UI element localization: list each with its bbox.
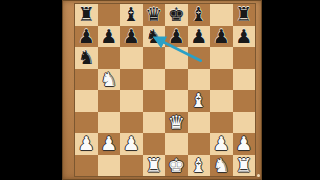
square-d5[interactable] bbox=[143, 69, 166, 91]
square-f8[interactable]: ♝ bbox=[188, 4, 211, 26]
square-g4[interactable] bbox=[210, 90, 233, 112]
square-a2[interactable]: ♟ bbox=[75, 133, 98, 155]
black-pawn-e7[interactable]: ♟ bbox=[168, 26, 185, 45]
square-f1[interactable]: ♝ bbox=[188, 155, 211, 177]
square-c1[interactable] bbox=[120, 155, 143, 177]
square-g1[interactable]: ♞ bbox=[210, 155, 233, 177]
square-g5[interactable] bbox=[210, 69, 233, 91]
white-pawn-a2[interactable]: ♟ bbox=[78, 134, 95, 153]
white-pawn-h2[interactable]: ♟ bbox=[235, 134, 252, 153]
black-pawn-h7[interactable]: ♟ bbox=[235, 26, 252, 45]
square-g6[interactable] bbox=[210, 47, 233, 69]
square-e1[interactable]: ♚ bbox=[165, 155, 188, 177]
square-d8[interactable]: ♛ bbox=[143, 4, 166, 26]
square-b2[interactable]: ♟ bbox=[98, 133, 121, 155]
square-d7[interactable]: ♞ bbox=[143, 26, 166, 48]
white-bishop-f1[interactable]: ♝ bbox=[190, 155, 207, 174]
square-g8[interactable] bbox=[210, 4, 233, 26]
square-b4[interactable] bbox=[98, 90, 121, 112]
square-c8[interactable]: ♝ bbox=[120, 4, 143, 26]
square-d4[interactable] bbox=[143, 90, 166, 112]
square-e2[interactable] bbox=[165, 133, 188, 155]
square-e4[interactable] bbox=[165, 90, 188, 112]
square-d1[interactable]: ♜ bbox=[143, 155, 166, 177]
white-queen-e3[interactable]: ♛ bbox=[168, 112, 185, 131]
black-knight-a6[interactable]: ♞ bbox=[78, 48, 95, 67]
square-f2[interactable] bbox=[188, 133, 211, 155]
square-b7[interactable]: ♟ bbox=[98, 26, 121, 48]
square-a5[interactable] bbox=[75, 69, 98, 91]
square-a7[interactable]: ♟ bbox=[75, 26, 98, 48]
square-c5[interactable] bbox=[120, 69, 143, 91]
square-e5[interactable] bbox=[165, 69, 188, 91]
black-pawn-f7[interactable]: ♟ bbox=[190, 26, 207, 45]
square-a8[interactable]: ♜ bbox=[75, 4, 98, 26]
square-g3[interactable] bbox=[210, 112, 233, 134]
square-a3[interactable] bbox=[75, 112, 98, 134]
square-h8[interactable]: ♜ bbox=[233, 4, 256, 26]
page-background: ♜♝♛♚♝♜♟♟♟♞♟♟♟♟♞♞♝♛♟♟♟♟♟♜♚♝♞♜ bbox=[0, 0, 320, 180]
white-bishop-f4[interactable]: ♝ bbox=[190, 91, 207, 110]
white-king-e1[interactable]: ♚ bbox=[168, 155, 185, 174]
square-c6[interactable] bbox=[120, 47, 143, 69]
square-c7[interactable]: ♟ bbox=[120, 26, 143, 48]
square-f3[interactable] bbox=[188, 112, 211, 134]
white-rook-d1[interactable]: ♜ bbox=[145, 155, 162, 174]
square-h4[interactable] bbox=[233, 90, 256, 112]
square-a1[interactable] bbox=[75, 155, 98, 177]
black-king-e8[interactable]: ♚ bbox=[168, 5, 185, 24]
square-g7[interactable]: ♟ bbox=[210, 26, 233, 48]
square-f5[interactable] bbox=[188, 69, 211, 91]
square-c2[interactable]: ♟ bbox=[120, 133, 143, 155]
square-c4[interactable] bbox=[120, 90, 143, 112]
square-b1[interactable] bbox=[98, 155, 121, 177]
square-f6[interactable] bbox=[188, 47, 211, 69]
black-pawn-g7[interactable]: ♟ bbox=[213, 26, 230, 45]
square-b3[interactable] bbox=[98, 112, 121, 134]
square-e3[interactable]: ♛ bbox=[165, 112, 188, 134]
black-pawn-b7[interactable]: ♟ bbox=[100, 26, 117, 45]
black-rook-h8[interactable]: ♜ bbox=[235, 5, 252, 24]
square-d2[interactable] bbox=[143, 133, 166, 155]
square-h1[interactable]: ♜ bbox=[233, 155, 256, 177]
white-pawn-c2[interactable]: ♟ bbox=[123, 134, 140, 153]
square-h6[interactable] bbox=[233, 47, 256, 69]
white-knight-b5[interactable]: ♞ bbox=[100, 69, 117, 88]
white-pawn-b2[interactable]: ♟ bbox=[100, 134, 117, 153]
black-bishop-f8[interactable]: ♝ bbox=[190, 5, 207, 24]
square-a6[interactable]: ♞ bbox=[75, 47, 98, 69]
black-queen-d8[interactable]: ♛ bbox=[145, 5, 162, 24]
square-b8[interactable] bbox=[98, 4, 121, 26]
square-h3[interactable] bbox=[233, 112, 256, 134]
white-rook-h1[interactable]: ♜ bbox=[235, 155, 252, 174]
square-h5[interactable] bbox=[233, 69, 256, 91]
black-knight-d7[interactable]: ♞ bbox=[145, 26, 162, 45]
black-bishop-c8[interactable]: ♝ bbox=[123, 5, 140, 24]
chess-board: ♜♝♛♚♝♜♟♟♟♞♟♟♟♟♞♞♝♛♟♟♟♟♟♜♚♝♞♜ bbox=[62, 0, 262, 180]
black-pawn-a7[interactable]: ♟ bbox=[78, 26, 95, 45]
black-rook-a8[interactable]: ♜ bbox=[78, 5, 95, 24]
square-d3[interactable] bbox=[143, 112, 166, 134]
white-knight-g1[interactable]: ♞ bbox=[213, 155, 230, 174]
square-a4[interactable] bbox=[75, 90, 98, 112]
square-b5[interactable]: ♞ bbox=[98, 69, 121, 91]
square-f7[interactable]: ♟ bbox=[188, 26, 211, 48]
square-b6[interactable] bbox=[98, 47, 121, 69]
square-c3[interactable] bbox=[120, 112, 143, 134]
black-pawn-c7[interactable]: ♟ bbox=[123, 26, 140, 45]
square-d6[interactable] bbox=[143, 47, 166, 69]
square-f4[interactable]: ♝ bbox=[188, 90, 211, 112]
square-h7[interactable]: ♟ bbox=[233, 26, 256, 48]
square-e8[interactable]: ♚ bbox=[165, 4, 188, 26]
square-e7[interactable]: ♟ bbox=[165, 26, 188, 48]
board-grid: ♜♝♛♚♝♜♟♟♟♞♟♟♟♟♞♞♝♛♟♟♟♟♟♜♚♝♞♜ bbox=[75, 4, 255, 176]
square-h2[interactable]: ♟ bbox=[233, 133, 256, 155]
square-g2[interactable]: ♟ bbox=[210, 133, 233, 155]
white-pawn-g2[interactable]: ♟ bbox=[213, 134, 230, 153]
board-logo-dot bbox=[257, 174, 260, 177]
square-e6[interactable] bbox=[165, 47, 188, 69]
